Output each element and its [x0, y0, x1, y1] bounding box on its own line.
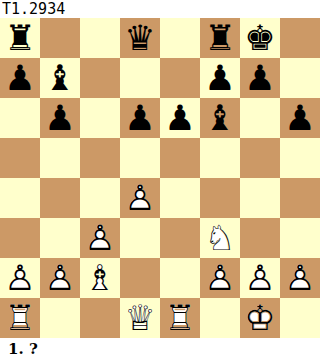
square-b6[interactable]: ♟	[40, 98, 80, 138]
black-bishop-f6[interactable]: ♝	[204, 98, 235, 138]
square-c3[interactable]: ♟♙	[80, 218, 120, 258]
square-g2[interactable]: ♟♙	[240, 258, 280, 298]
white-piece-outline: ♖	[164, 298, 195, 338]
square-d7[interactable]	[120, 58, 160, 98]
square-f3[interactable]: ♞♘	[200, 218, 240, 258]
move-prompt: 1. ?	[8, 340, 38, 358]
square-d4[interactable]: ♟♙	[120, 178, 160, 218]
white-rook-e1[interactable]: ♜♖	[164, 298, 195, 338]
square-c2[interactable]: ♝♗	[80, 258, 120, 298]
square-b3[interactable]	[40, 218, 80, 258]
square-f2[interactable]: ♟♙	[200, 258, 240, 298]
white-piece-outline: ♗	[84, 258, 115, 298]
white-pawn-c3[interactable]: ♟♙	[84, 218, 115, 258]
square-d1[interactable]: ♛♕	[120, 298, 160, 338]
square-d6[interactable]: ♟	[120, 98, 160, 138]
square-h1[interactable]	[280, 298, 320, 338]
square-a2[interactable]: ♟♙	[0, 258, 40, 298]
square-f8[interactable]: ♜	[200, 18, 240, 58]
white-bishop-c2[interactable]: ♝♗	[84, 258, 115, 298]
square-d2[interactable]	[120, 258, 160, 298]
black-pawn-e6[interactable]: ♟	[164, 98, 195, 138]
white-piece-outline: ♙	[204, 258, 235, 298]
square-h8[interactable]	[280, 18, 320, 58]
square-a3[interactable]	[0, 218, 40, 258]
square-a5[interactable]	[0, 138, 40, 178]
puzzle-header: T1.2934	[0, 0, 320, 18]
square-g8[interactable]: ♚	[240, 18, 280, 58]
square-e1[interactable]: ♜♖	[160, 298, 200, 338]
white-piece-outline: ♙	[44, 258, 75, 298]
square-g6[interactable]	[240, 98, 280, 138]
square-g4[interactable]	[240, 178, 280, 218]
white-piece-outline: ♙	[244, 258, 275, 298]
square-c6[interactable]	[80, 98, 120, 138]
square-f6[interactable]: ♝	[200, 98, 240, 138]
white-piece-outline: ♔	[244, 298, 275, 338]
square-e2[interactable]	[160, 258, 200, 298]
square-b7[interactable]: ♝	[40, 58, 80, 98]
black-pawn-f7[interactable]: ♟	[204, 58, 235, 98]
square-c4[interactable]	[80, 178, 120, 218]
square-c1[interactable]	[80, 298, 120, 338]
white-pawn-g2[interactable]: ♟♙	[244, 258, 275, 298]
square-e8[interactable]	[160, 18, 200, 58]
white-pawn-d4[interactable]: ♟♙	[124, 178, 155, 218]
square-h5[interactable]	[280, 138, 320, 178]
square-b1[interactable]	[40, 298, 80, 338]
white-pawn-a2[interactable]: ♟♙	[4, 258, 35, 298]
chess-board: ♜♛♜♚♟♝♟♟♟♟♟♝♟♟♙♟♙♞♘♟♙♟♙♝♗♟♙♟♙♟♙♜♖♛♕♜♖♚♔	[0, 18, 320, 338]
chess-puzzle-app: T1.2934 ♜♛♜♚♟♝♟♟♟♟♟♝♟♟♙♟♙♞♘♟♙♟♙♝♗♟♙♟♙♟♙♜…	[0, 0, 320, 360]
square-g1[interactable]: ♚♔	[240, 298, 280, 338]
square-e7[interactable]	[160, 58, 200, 98]
square-h2[interactable]: ♟♙	[280, 258, 320, 298]
square-a8[interactable]: ♜	[0, 18, 40, 58]
square-e3[interactable]	[160, 218, 200, 258]
black-pawn-b6[interactable]: ♟	[44, 98, 75, 138]
white-rook-a1[interactable]: ♜♖	[4, 298, 35, 338]
black-pawn-g7[interactable]: ♟	[244, 58, 275, 98]
black-pawn-h6[interactable]: ♟	[284, 98, 315, 138]
white-queen-d1[interactable]: ♛♕	[124, 298, 155, 338]
square-d3[interactable]	[120, 218, 160, 258]
white-piece-outline: ♕	[124, 298, 155, 338]
puzzle-title: T1.2934	[2, 0, 65, 18]
square-h3[interactable]	[280, 218, 320, 258]
black-king-g8[interactable]: ♚	[244, 18, 275, 58]
square-f7[interactable]: ♟	[200, 58, 240, 98]
square-g3[interactable]	[240, 218, 280, 258]
black-pawn-d6[interactable]: ♟	[124, 98, 155, 138]
square-e6[interactable]: ♟	[160, 98, 200, 138]
white-king-g1[interactable]: ♚♔	[244, 298, 275, 338]
square-b2[interactable]: ♟♙	[40, 258, 80, 298]
white-piece-outline: ♘	[204, 218, 235, 258]
square-a6[interactable]	[0, 98, 40, 138]
square-f5[interactable]	[200, 138, 240, 178]
white-pawn-b2[interactable]: ♟♙	[44, 258, 75, 298]
black-pawn-a7[interactable]: ♟	[4, 58, 35, 98]
square-h7[interactable]	[280, 58, 320, 98]
black-rook-a8[interactable]: ♜	[4, 18, 35, 58]
black-rook-f8[interactable]: ♜	[204, 18, 235, 58]
square-e5[interactable]	[160, 138, 200, 178]
black-queen-d8[interactable]: ♛	[124, 18, 155, 58]
white-piece-outline: ♙	[84, 218, 115, 258]
square-a1[interactable]: ♜♖	[0, 298, 40, 338]
square-b5[interactable]	[40, 138, 80, 178]
white-pawn-h2[interactable]: ♟♙	[284, 258, 315, 298]
square-a7[interactable]: ♟	[0, 58, 40, 98]
square-d8[interactable]: ♛	[120, 18, 160, 58]
square-h4[interactable]	[280, 178, 320, 218]
black-bishop-b7[interactable]: ♝	[44, 58, 75, 98]
white-piece-outline: ♖	[4, 298, 35, 338]
square-d5[interactable]	[120, 138, 160, 178]
white-piece-outline: ♙	[284, 258, 315, 298]
square-b8[interactable]	[40, 18, 80, 58]
white-piece-outline: ♙	[124, 178, 155, 218]
square-g7[interactable]: ♟	[240, 58, 280, 98]
white-piece-outline: ♙	[4, 258, 35, 298]
square-b4[interactable]	[40, 178, 80, 218]
square-f1[interactable]	[200, 298, 240, 338]
white-knight-f3[interactable]: ♞♘	[204, 218, 235, 258]
move-prompt-bar: 1. ?	[0, 338, 320, 360]
square-f4[interactable]	[200, 178, 240, 218]
square-c7[interactable]	[80, 58, 120, 98]
white-pawn-f2[interactable]: ♟♙	[204, 258, 235, 298]
square-a4[interactable]	[0, 178, 40, 218]
square-g5[interactable]	[240, 138, 280, 178]
square-c5[interactable]	[80, 138, 120, 178]
square-c8[interactable]	[80, 18, 120, 58]
square-h6[interactable]: ♟	[280, 98, 320, 138]
square-e4[interactable]	[160, 178, 200, 218]
